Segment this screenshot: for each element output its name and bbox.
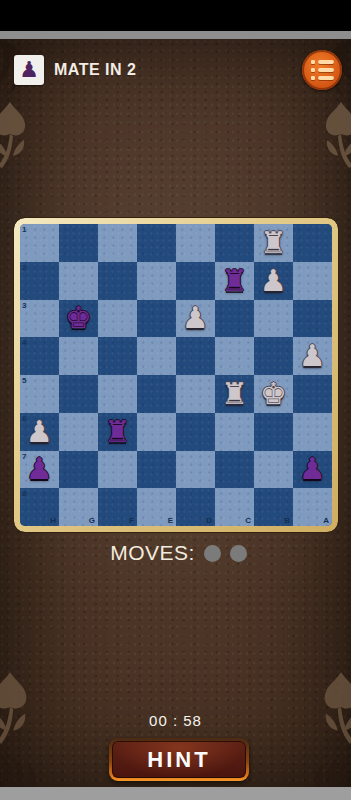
square-f8[interactable]: F [98,488,137,526]
white-rook-b1[interactable]: ♜ [260,228,287,258]
black-rook-f6[interactable]: ♜ [104,417,131,447]
square-h5[interactable]: 5 [20,375,59,413]
square-h1[interactable]: 1 [20,224,59,262]
square-h2[interactable]: 2 [20,262,59,300]
file-label-a: A [323,516,329,525]
square-f4[interactable] [98,337,137,375]
square-c4[interactable] [215,337,254,375]
square-d3[interactable]: ♟ [176,300,215,338]
white-rook-c5[interactable]: ♜ [221,379,248,409]
square-h3[interactable]: 3 [20,300,59,338]
navigation-strip [0,787,351,800]
square-a5[interactable] [293,375,332,413]
black-rook-c2[interactable]: ♜ [221,266,248,296]
square-f3[interactable] [98,300,137,338]
moves-label: MOVES: [110,541,195,565]
white-pawn-d3[interactable]: ♟ [182,303,209,333]
square-c2[interactable]: ♜ [215,262,254,300]
file-label-g: G [89,516,95,525]
square-e8[interactable]: E [137,488,176,526]
square-b8[interactable]: B [254,488,293,526]
square-a3[interactable] [293,300,332,338]
rank-label-1: 1 [22,225,26,234]
page-title: MATE IN 2 [54,55,136,85]
square-b2[interactable]: ♟ [254,262,293,300]
square-c1[interactable] [215,224,254,262]
square-e2[interactable] [137,262,176,300]
square-c6[interactable] [215,413,254,451]
move-dot-1 [204,545,221,562]
square-h6[interactable]: 6♟ [20,413,59,451]
square-e7[interactable] [137,451,176,489]
file-label-b: B [284,516,290,525]
square-b3[interactable] [254,300,293,338]
square-b4[interactable] [254,337,293,375]
square-d5[interactable] [176,375,215,413]
menu-list-icon [311,60,334,64]
square-g2[interactable] [59,262,98,300]
square-g8[interactable]: G [59,488,98,526]
file-label-f: F [129,516,134,525]
square-c3[interactable] [215,300,254,338]
square-e4[interactable] [137,337,176,375]
square-a4[interactable]: ♟ [293,337,332,375]
square-a7[interactable]: ♟ [293,451,332,489]
white-pawn-b2[interactable]: ♟ [260,266,287,296]
square-d6[interactable] [176,413,215,451]
square-f5[interactable] [98,375,137,413]
square-f1[interactable] [98,224,137,262]
chess-board: 1♜2♜♟3♚♟4♟5♜♚6♟♜7♟♟8HGFEDCBA [20,224,332,526]
square-e6[interactable] [137,413,176,451]
pawn-icon: ♟ [19,59,39,81]
rank-label-5: 5 [22,376,26,385]
square-a6[interactable] [293,413,332,451]
square-f7[interactable] [98,451,137,489]
square-g4[interactable] [59,337,98,375]
square-g7[interactable] [59,451,98,489]
file-label-d: D [206,516,212,525]
status-strip [0,31,351,39]
square-h8[interactable]: 8H [20,488,59,526]
timer: 00 : 58 [0,712,351,729]
file-label-e: E [168,516,173,525]
white-pawn-a4[interactable]: ♟ [299,341,326,371]
square-e1[interactable] [137,224,176,262]
white-king-b5[interactable]: ♚ [260,379,287,409]
square-c7[interactable] [215,451,254,489]
menu-button[interactable] [302,50,342,90]
square-d1[interactable] [176,224,215,262]
rank-label-4: 4 [22,338,26,347]
square-d8[interactable]: D [176,488,215,526]
square-g3[interactable]: ♚ [59,300,98,338]
white-pawn-h6[interactable]: ♟ [26,417,53,447]
square-b7[interactable] [254,451,293,489]
square-e3[interactable] [137,300,176,338]
file-label-c: C [245,516,251,525]
rank-label-2: 2 [22,263,26,272]
black-pawn-h7[interactable]: ♟ [26,454,53,484]
square-g1[interactable] [59,224,98,262]
board-frame: 1♜2♜♟3♚♟4♟5♜♚6♟♜7♟♟8HGFEDCBA [14,218,338,532]
moves-row: MOVES: [3,541,351,565]
app-screen: ♟ MATE IN 2 1♜2♜♟3♚♟4♟5♜♚6♟♜7♟♟8HGFEDCBA… [0,0,351,800]
square-g5[interactable] [59,375,98,413]
rank-label-8: 8 [22,489,26,498]
black-king-g3[interactable]: ♚ [65,303,92,333]
square-f2[interactable] [98,262,137,300]
status-bar [0,0,351,31]
square-d2[interactable] [176,262,215,300]
square-d4[interactable] [176,337,215,375]
file-label-h: H [50,516,56,525]
square-c8[interactable]: C [215,488,254,526]
square-b5[interactable]: ♚ [254,375,293,413]
square-b1[interactable]: ♜ [254,224,293,262]
square-b6[interactable] [254,413,293,451]
square-f6[interactable]: ♜ [98,413,137,451]
move-dot-2 [230,545,247,562]
square-g6[interactable] [59,413,98,451]
square-h4[interactable]: 4 [20,337,59,375]
square-e5[interactable] [137,375,176,413]
app-icon-tile: ♟ [14,55,44,85]
square-c5[interactable]: ♜ [215,375,254,413]
square-d7[interactable] [176,451,215,489]
square-a8[interactable]: A [293,488,332,526]
hint-button-label: HINT [147,747,210,773]
black-pawn-a7[interactable]: ♟ [299,454,326,484]
square-h7[interactable]: 7♟ [20,451,59,489]
square-a1[interactable] [293,224,332,262]
hint-button[interactable]: HINT [109,738,249,781]
square-a2[interactable] [293,262,332,300]
rank-label-3: 3 [22,301,26,310]
